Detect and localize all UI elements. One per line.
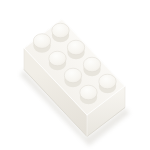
stud: [52, 23, 69, 42]
photo-canvas: [0, 0, 150, 150]
stud-top: [64, 68, 81, 83]
stud-top: [52, 23, 69, 38]
stud-top: [99, 74, 116, 89]
brick-photo: [0, 0, 150, 150]
stud-top: [80, 85, 97, 100]
stud-top: [67, 40, 84, 55]
stud: [64, 68, 81, 87]
stud: [33, 34, 50, 53]
stud: [99, 74, 116, 93]
stud: [83, 57, 100, 76]
stud-top: [49, 51, 66, 66]
stud: [49, 51, 66, 70]
stud-top: [83, 57, 100, 72]
stud: [67, 40, 84, 59]
stud: [80, 85, 97, 104]
stud-top: [33, 34, 50, 49]
